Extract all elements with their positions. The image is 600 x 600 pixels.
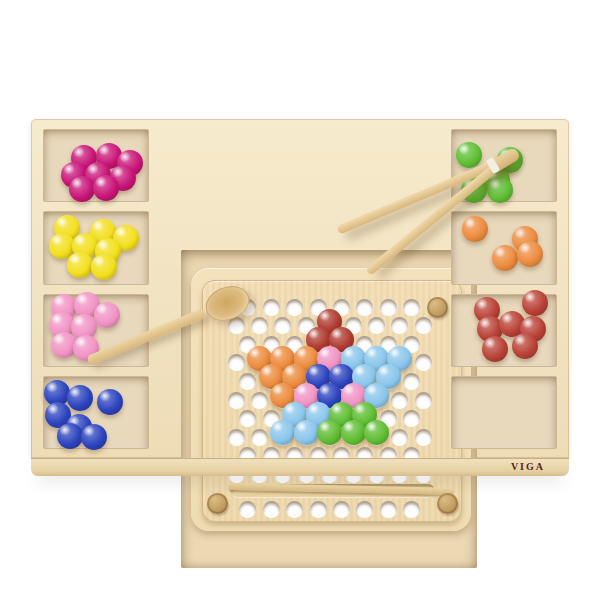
peg-hole[interactable] <box>274 317 291 334</box>
peg-hole[interactable] <box>403 373 420 390</box>
tray-bead-red[interactable] <box>522 290 548 316</box>
peg-hole[interactable] <box>263 501 280 518</box>
peg-hole[interactable] <box>333 501 350 518</box>
peg-hole[interactable] <box>286 299 303 316</box>
tray-bead-yellow[interactable] <box>91 254 117 280</box>
bead-green[interactable] <box>341 420 366 445</box>
tray-bead-magenta[interactable] <box>93 175 119 201</box>
corner-peg <box>207 493 228 514</box>
tray-bead-orange[interactable] <box>517 241 543 267</box>
bead-green[interactable] <box>317 420 342 445</box>
peg-hole[interactable] <box>356 299 373 316</box>
peg-hole[interactable] <box>228 392 245 409</box>
bead-sky-blue[interactable] <box>270 420 295 445</box>
peg-hole[interactable] <box>380 501 397 518</box>
bead-sky-blue[interactable] <box>294 420 319 445</box>
peg-hole[interactable] <box>239 410 256 427</box>
peg-hole[interactable] <box>286 501 303 518</box>
product-photo-stage: VIGA <box>0 0 600 600</box>
brand-logo: VIGA <box>511 461 545 472</box>
tray-bead-yellow[interactable] <box>67 252 93 278</box>
peg-hole[interactable] <box>239 373 256 390</box>
tray-empty[interactable] <box>451 376 557 449</box>
peg-hole[interactable] <box>415 429 432 446</box>
tray-yellow[interactable] <box>43 211 149 284</box>
peg-hole[interactable] <box>368 317 385 334</box>
peg-hole[interactable] <box>403 299 420 316</box>
left-tray-column <box>43 129 149 449</box>
tray-bead-blue[interactable] <box>97 389 123 415</box>
pegboard <box>202 280 462 522</box>
peg-hole[interactable] <box>403 501 420 518</box>
tray-magenta[interactable] <box>43 129 149 202</box>
peg-hole[interactable] <box>391 392 408 409</box>
peg-hole[interactable] <box>415 392 432 409</box>
tray-bead-blue[interactable] <box>81 424 107 450</box>
peg-hole[interactable] <box>310 501 327 518</box>
peg-hole[interactable] <box>356 501 373 518</box>
corner-peg <box>437 493 458 514</box>
tray-bead-blue[interactable] <box>57 423 83 449</box>
tray-red[interactable] <box>451 294 557 367</box>
bead-green[interactable] <box>364 420 389 445</box>
peg-hole[interactable] <box>391 429 408 446</box>
peg-hole[interactable] <box>251 429 268 446</box>
peg-hole[interactable] <box>380 299 397 316</box>
tray-bead-red[interactable] <box>482 336 508 362</box>
tray-bead-orange[interactable] <box>462 216 488 242</box>
tray-bead-orange[interactable] <box>492 245 518 271</box>
tray-bead-red[interactable] <box>512 333 538 359</box>
box-front-face: VIGA <box>31 458 569 476</box>
peg-hole[interactable] <box>228 354 245 371</box>
peg-hole[interactable] <box>251 317 268 334</box>
peg-hole[interactable] <box>239 501 256 518</box>
peg-hole[interactable] <box>263 299 280 316</box>
peg-hole[interactable] <box>251 392 268 409</box>
peg-hole[interactable] <box>415 317 432 334</box>
tray-bead-green[interactable] <box>487 177 513 203</box>
tray-bead-magenta[interactable] <box>69 176 95 202</box>
peg-hole[interactable] <box>228 429 245 446</box>
peg-hole[interactable] <box>403 410 420 427</box>
corner-peg <box>427 297 448 318</box>
peg-hole[interactable] <box>391 317 408 334</box>
tray-blue[interactable] <box>43 376 149 449</box>
tray-bead-blue[interactable] <box>67 385 93 411</box>
tray-bead-pink[interactable] <box>94 302 120 328</box>
tray-bead-green[interactable] <box>456 142 482 168</box>
tray-orange[interactable] <box>451 211 557 284</box>
peg-hole[interactable] <box>415 354 432 371</box>
